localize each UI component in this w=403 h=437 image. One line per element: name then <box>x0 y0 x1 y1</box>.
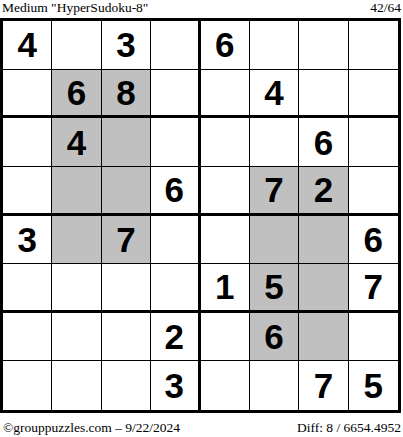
cell-r4c7[interactable]: 2 <box>299 167 348 216</box>
cell-r2c7[interactable] <box>299 70 348 119</box>
cell-r3c8[interactable] <box>349 118 398 167</box>
cell-r6c7[interactable] <box>299 264 348 313</box>
cell-r2c2[interactable]: 6 <box>52 70 101 119</box>
cell-r1c3[interactable]: 3 <box>102 21 151 70</box>
cell-r8c5[interactable] <box>201 361 250 410</box>
cell-r1c5[interactable]: 6 <box>201 21 250 70</box>
cell-r5c1[interactable]: 3 <box>3 216 52 265</box>
cell-r4c3[interactable] <box>102 167 151 216</box>
cell-r1c7[interactable] <box>299 21 348 70</box>
difficulty-label: Diff: 8 / 6654.4952 <box>297 420 401 436</box>
cell-r8c7[interactable]: 7 <box>299 361 348 410</box>
cell-r8c1[interactable] <box>3 361 52 410</box>
remaining-counter: 42/64 <box>370 0 401 16</box>
cell-r1c2[interactable] <box>52 21 101 70</box>
cell-r3c1[interactable] <box>3 118 52 167</box>
footer: ©grouppuzzles.com – 9/22/2024 Diff: 8 / … <box>3 417 401 436</box>
cell-r6c1[interactable] <box>3 264 52 313</box>
cell-r1c8[interactable] <box>349 21 398 70</box>
cell-r8c2[interactable] <box>52 361 101 410</box>
cell-r3c5[interactable] <box>201 118 250 167</box>
cell-r7c1[interactable] <box>3 313 52 362</box>
cell-r4c2[interactable] <box>52 167 101 216</box>
cell-r5c4[interactable] <box>151 216 200 265</box>
cell-r3c2[interactable]: 4 <box>52 118 101 167</box>
cell-r1c1[interactable]: 4 <box>3 21 52 70</box>
cell-r2c4[interactable] <box>151 70 200 119</box>
cell-r3c7[interactable]: 6 <box>299 118 348 167</box>
cell-r8c4[interactable]: 3 <box>151 361 200 410</box>
sudoku-board: 4366844667237615726375 <box>0 18 401 413</box>
cell-r6c2[interactable] <box>52 264 101 313</box>
puzzle-page: Medium "HyperSudoku-8" 42/64 43668446672… <box>0 0 403 437</box>
cell-r1c4[interactable] <box>151 21 200 70</box>
cell-r2c5[interactable] <box>201 70 250 119</box>
cell-r2c1[interactable] <box>3 70 52 119</box>
cell-r4c8[interactable] <box>349 167 398 216</box>
cell-r6c6[interactable]: 5 <box>250 264 299 313</box>
cell-r4c5[interactable] <box>201 167 250 216</box>
header: Medium "HyperSudoku-8" 42/64 <box>2 0 401 18</box>
cell-r5c6[interactable] <box>250 216 299 265</box>
cell-r7c2[interactable] <box>52 313 101 362</box>
cell-r1c6[interactable] <box>250 21 299 70</box>
cell-r5c5[interactable] <box>201 216 250 265</box>
cell-r7c8[interactable] <box>349 313 398 362</box>
cell-r2c8[interactable] <box>349 70 398 119</box>
cell-r5c2[interactable] <box>52 216 101 265</box>
cell-r2c3[interactable]: 8 <box>102 70 151 119</box>
cell-r6c8[interactable]: 7 <box>349 264 398 313</box>
cell-r7c3[interactable] <box>102 313 151 362</box>
cell-r4c1[interactable] <box>3 167 52 216</box>
cell-r8c6[interactable] <box>250 361 299 410</box>
puzzle-title: Medium "HyperSudoku-8" <box>2 0 148 16</box>
cell-r5c7[interactable] <box>299 216 348 265</box>
copyright-date: ©grouppuzzles.com – 9/22/2024 <box>3 420 180 436</box>
cell-r6c4[interactable] <box>151 264 200 313</box>
cell-r7c5[interactable] <box>201 313 250 362</box>
cell-r7c6[interactable]: 6 <box>250 313 299 362</box>
cell-r3c3[interactable] <box>102 118 151 167</box>
cell-r6c5[interactable]: 1 <box>201 264 250 313</box>
cell-r4c6[interactable]: 7 <box>250 167 299 216</box>
cell-r8c3[interactable] <box>102 361 151 410</box>
cell-r2c6[interactable]: 4 <box>250 70 299 119</box>
cell-r4c4[interactable]: 6 <box>151 167 200 216</box>
cell-r3c6[interactable] <box>250 118 299 167</box>
cell-r7c4[interactable]: 2 <box>151 313 200 362</box>
cell-r5c3[interactable]: 7 <box>102 216 151 265</box>
cell-r3c4[interactable] <box>151 118 200 167</box>
cell-r6c3[interactable] <box>102 264 151 313</box>
cell-r7c7[interactable] <box>299 313 348 362</box>
cell-r8c8[interactable]: 5 <box>349 361 398 410</box>
cell-r5c8[interactable]: 6 <box>349 216 398 265</box>
